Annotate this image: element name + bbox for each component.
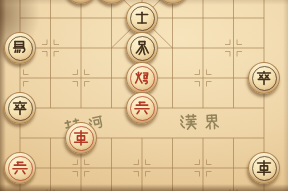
piece-character — [73, 130, 90, 147]
piece-character — [134, 100, 151, 117]
piece-character — [256, 70, 273, 87]
river-label-char — [203, 113, 222, 132]
piece-red-兵[interactable] — [126, 92, 158, 124]
piece-black-卒[interactable] — [248, 62, 280, 94]
piece-character — [134, 10, 151, 27]
piece-red-兵[interactable] — [4, 152, 36, 184]
piece-black-馬[interactable] — [4, 32, 36, 64]
piece-red-車[interactable] — [65, 122, 97, 154]
piece-character — [134, 70, 151, 87]
piece-character — [256, 160, 273, 177]
piece-character — [12, 40, 29, 57]
river-label-char — [178, 112, 198, 132]
piece-character — [134, 40, 151, 57]
piece-black-士[interactable] — [126, 2, 158, 34]
piece-black-象[interactable] — [126, 32, 158, 64]
piece-black-車[interactable] — [248, 152, 280, 184]
piece-black-卒[interactable] — [4, 92, 36, 124]
piece-red-炮[interactable] — [126, 62, 158, 94]
piece-character — [12, 100, 29, 117]
piece-character — [12, 160, 29, 177]
xiangqi-board — [0, 0, 288, 191]
